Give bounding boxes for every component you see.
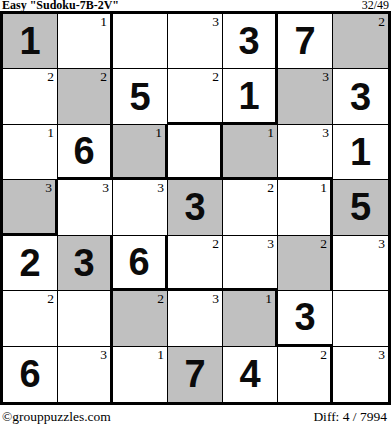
corner-mark: 3 — [378, 347, 385, 362]
given-digit: 3 — [294, 298, 315, 336]
corner-mark: 1 — [155, 125, 162, 140]
cell-r3c2[interactable]: 6 — [58, 125, 113, 180]
cell-r5c5[interactable]: 3 — [223, 236, 278, 291]
sudoku-board: 1133722252133161131333321523623232231363… — [0, 11, 391, 405]
puzzle-title: Easy "Sudoku-7B-2V" — [2, 0, 119, 11]
footer: ©grouppuzzles.com Diff: 4 / 7994 — [0, 405, 391, 424]
corner-mark: 3 — [378, 236, 385, 251]
cell-r6c2[interactable] — [58, 291, 113, 346]
cell-r4c3[interactable]: 3 — [113, 180, 168, 235]
corner-mark: 3 — [267, 236, 274, 251]
cell-r5c3[interactable]: 6 — [113, 236, 168, 291]
cell-r5c6[interactable]: 2 — [278, 236, 333, 291]
corner-mark: 3 — [45, 180, 52, 195]
given-digit: 1 — [238, 77, 259, 115]
cell-r3c6[interactable]: 3 — [278, 125, 333, 180]
corner-mark: 3 — [100, 347, 107, 362]
given-digit: 5 — [350, 188, 371, 226]
given-digit: 3 — [184, 188, 205, 226]
cell-r7c2[interactable]: 3 — [58, 347, 113, 402]
cell-r6c4[interactable]: 3 — [168, 291, 223, 346]
copyright: ©grouppuzzles.com — [2, 409, 111, 424]
corner-mark: 2 — [320, 347, 327, 362]
corner-mark: 1 — [47, 125, 54, 140]
cell-r4c1[interactable]: 3 — [3, 180, 58, 235]
cell-r1c6[interactable]: 7 — [278, 14, 333, 69]
corner-mark: 3 — [157, 180, 164, 195]
corner-mark: 3 — [212, 291, 219, 306]
corner-mark: 2 — [47, 291, 54, 306]
cell-r2c6[interactable]: 3 — [278, 69, 333, 124]
cell-r2c4[interactable]: 2 — [168, 69, 223, 124]
given-digit: 1 — [19, 22, 40, 60]
cell-r2c7[interactable]: 3 — [333, 69, 388, 124]
given-digit: 2 — [19, 244, 40, 282]
cell-r5c7[interactable]: 3 — [333, 236, 388, 291]
corner-mark: 2 — [212, 236, 219, 251]
corner-mark: 1 — [100, 14, 107, 29]
clue-counter: 32/49 — [362, 0, 389, 11]
corner-mark: 2 — [267, 180, 274, 195]
given-digit: 3 — [73, 244, 94, 282]
cell-r1c4[interactable]: 3 — [168, 14, 223, 69]
corner-mark: 1 — [265, 291, 272, 306]
given-digit: 6 — [128, 243, 149, 281]
cell-r6c6[interactable]: 3 — [278, 291, 333, 346]
given-digit: 1 — [350, 133, 371, 171]
cell-r4c4[interactable]: 3 — [168, 180, 223, 235]
cell-r5c4[interactable]: 2 — [168, 236, 223, 291]
given-digit: 7 — [184, 355, 205, 393]
cell-r2c5[interactable]: 1 — [223, 69, 278, 124]
cell-r2c3[interactable]: 5 — [113, 69, 168, 124]
given-digit: 6 — [19, 355, 40, 393]
cell-r5c1[interactable]: 2 — [3, 236, 58, 291]
given-digit: 5 — [129, 78, 150, 116]
cell-r1c5[interactable]: 3 — [223, 14, 278, 69]
corner-mark: 1 — [157, 347, 164, 362]
given-digit: 4 — [239, 355, 260, 393]
cell-r3c3[interactable]: 1 — [113, 125, 168, 180]
cell-r7c4[interactable]: 7 — [168, 347, 223, 402]
cell-r7c7[interactable]: 3 — [333, 347, 388, 402]
given-digit: 6 — [73, 132, 94, 170]
corner-mark: 1 — [320, 180, 327, 195]
corner-mark: 3 — [212, 14, 219, 29]
cell-r1c1[interactable]: 1 — [3, 14, 58, 69]
cell-r6c1[interactable]: 2 — [3, 291, 58, 346]
cell-r7c5[interactable]: 4 — [223, 347, 278, 402]
corner-mark: 1 — [267, 125, 274, 140]
cell-r4c6[interactable]: 1 — [278, 180, 333, 235]
cell-r4c7[interactable]: 5 — [333, 180, 388, 235]
cell-r7c6[interactable]: 2 — [278, 347, 333, 402]
given-digit: 7 — [294, 22, 315, 60]
cell-r1c7[interactable]: 2 — [333, 14, 388, 69]
cell-r6c7[interactable] — [333, 291, 388, 346]
cell-r7c3[interactable]: 1 — [113, 347, 168, 402]
cell-r4c5[interactable]: 2 — [223, 180, 278, 235]
header: Easy "Sudoku-7B-2V" 32/49 — [0, 0, 391, 11]
cell-r7c1[interactable]: 6 — [3, 347, 58, 402]
cell-r3c5[interactable]: 1 — [223, 125, 278, 180]
corner-mark: 2 — [320, 236, 327, 251]
corner-mark: 2 — [212, 69, 219, 84]
corner-mark: 3 — [322, 125, 329, 140]
cell-r1c2[interactable]: 1 — [58, 14, 113, 69]
corner-mark: 2 — [100, 69, 107, 84]
given-digit: 3 — [238, 22, 259, 60]
cell-r3c1[interactable]: 1 — [3, 125, 58, 180]
cell-r4c2[interactable]: 3 — [58, 180, 113, 235]
cell-r3c4[interactable] — [168, 125, 223, 180]
cell-r2c2[interactable]: 2 — [58, 69, 113, 124]
corner-mark: 2 — [157, 291, 164, 306]
corner-mark: 2 — [378, 14, 385, 29]
cell-r1c3[interactable] — [113, 14, 168, 69]
cell-r6c5[interactable]: 1 — [223, 291, 278, 346]
cell-r5c2[interactable]: 3 — [58, 236, 113, 291]
corner-mark: 3 — [322, 69, 329, 84]
cell-r3c7[interactable]: 1 — [333, 125, 388, 180]
cell-r6c3[interactable]: 2 — [113, 291, 168, 346]
corner-mark: 3 — [102, 180, 109, 195]
corner-mark: 2 — [47, 69, 54, 84]
given-digit: 3 — [350, 78, 371, 116]
difficulty: Diff: 4 / 7994 — [313, 409, 387, 424]
cell-r2c1[interactable]: 2 — [3, 69, 58, 124]
